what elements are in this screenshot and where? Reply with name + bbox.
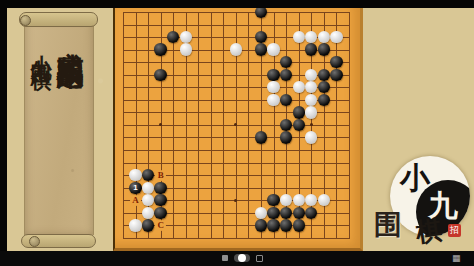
- black-stone: [267, 69, 279, 81]
- channel-logo: 小 九 围 棋 招: [372, 152, 474, 248]
- black-stone: [255, 131, 267, 143]
- white-stone: [129, 219, 141, 231]
- white-stone: [129, 169, 141, 181]
- black-stone: [280, 219, 292, 231]
- board-letter-label: B: [155, 170, 166, 181]
- hoshi-point: [159, 123, 162, 126]
- black-stone: [293, 106, 305, 118]
- logo-char-xiao: 小: [400, 158, 430, 199]
- board-letter-label: C: [155, 220, 166, 231]
- black-stone: [330, 56, 342, 68]
- black-stone: [293, 219, 305, 231]
- move-number-label: 1: [129, 182, 141, 194]
- black-stone: [267, 207, 279, 219]
- white-stone: [293, 31, 305, 43]
- white-stone: [142, 182, 154, 194]
- black-stone: [293, 207, 305, 219]
- black-stone: [330, 69, 342, 81]
- black-stone: [154, 207, 166, 219]
- black-stone: [318, 69, 330, 81]
- white-stone: [305, 106, 317, 118]
- hoshi-point: [310, 123, 313, 126]
- player-toggle-knob[interactable]: [238, 254, 246, 262]
- player-grid-icon[interactable]: ▦: [452, 253, 461, 264]
- logo-char-wei: 围: [374, 206, 402, 244]
- logo-red-seal: 招: [448, 224, 461, 237]
- white-stone: [267, 43, 279, 55]
- player-bar: ▦: [0, 251, 474, 266]
- player-toggle[interactable]: [234, 254, 250, 262]
- black-stone: [255, 219, 267, 231]
- black-stone: [154, 182, 166, 194]
- player-menu-icon[interactable]: [222, 255, 228, 261]
- lesson-title: 定式的实战运用: [52, 30, 88, 235]
- letterbox-top: [0, 0, 474, 8]
- channel-name-vertical: 小九围棋: [27, 38, 55, 153]
- black-stone: [293, 119, 305, 131]
- scroll-top-knob: [20, 15, 31, 26]
- video-frame: 定式的实战运用 小九围棋 B1AC 小 九 围 棋 招 ▦: [0, 0, 474, 266]
- black-stone: [267, 219, 279, 231]
- black-stone: [318, 94, 330, 106]
- white-stone: [305, 131, 317, 143]
- white-stone: [330, 31, 342, 43]
- white-stone: [180, 43, 192, 55]
- hoshi-point: [234, 199, 237, 202]
- black-stone: [255, 43, 267, 55]
- black-stone: [154, 69, 166, 81]
- go-board: B1AC: [113, 8, 363, 251]
- board-letter-label: A: [130, 195, 141, 206]
- player-stop-icon[interactable]: [256, 255, 263, 262]
- hoshi-point: [234, 123, 237, 126]
- white-stone: [230, 43, 242, 55]
- black-stone: [142, 219, 154, 231]
- white-stone: [267, 94, 279, 106]
- black-stone: [280, 131, 292, 143]
- logo-char-qi: 棋: [414, 212, 445, 250]
- black-stone: [318, 43, 330, 55]
- scroll-bottom-knob: [29, 236, 40, 247]
- black-stone: [154, 43, 166, 55]
